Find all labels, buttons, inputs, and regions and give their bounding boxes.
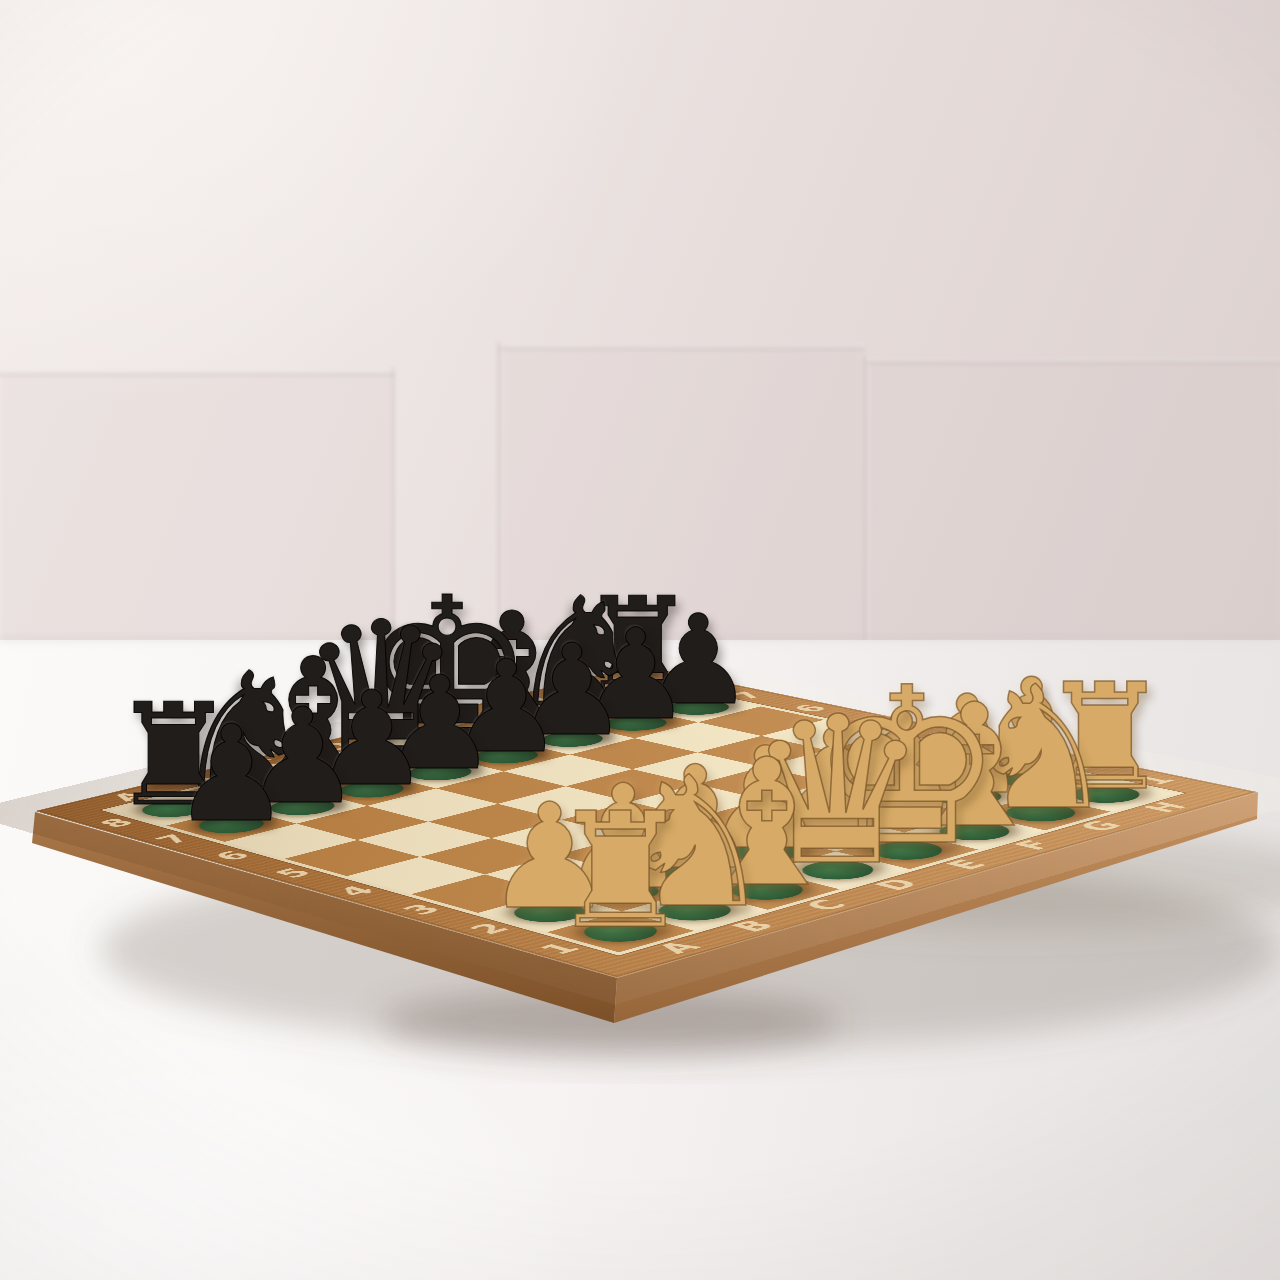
scene: 8877665544332211AABBCCDDEEFFGGHH ♜♞♝♛♚♝♞… bbox=[0, 0, 1280, 1280]
piece-black-pawn[interactable]: ♟ bbox=[172, 708, 291, 841]
piece-white-rook[interactable]: ♜ bbox=[549, 792, 692, 951]
pieces-layer: ♜♞♝♛♚♝♞♜♟♟♟♟♟♟♟♟♟♟♟♟♟♟♟♟♜♞♝♛♚♝♞♜ bbox=[0, 0, 1280, 1280]
